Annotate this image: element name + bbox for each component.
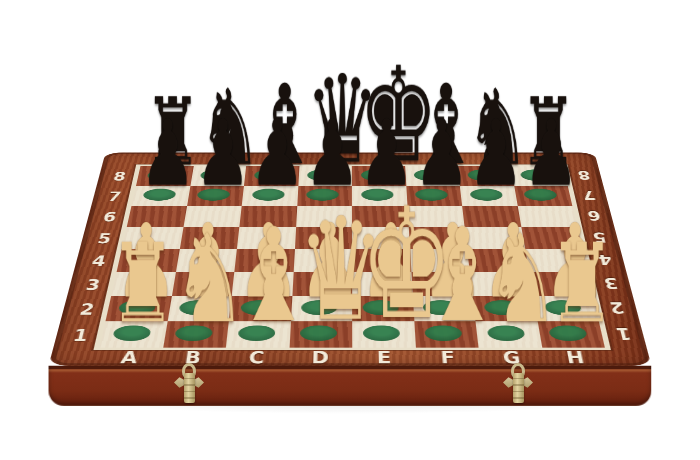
chess-board-assembly: 12345678 12345678 ABCDEFGH ♜♞♝♛♚♝♞♜♟♟♟♟♟… (49, 152, 652, 365)
piece-white-bishop-c1[interactable]: ♝ (235, 211, 278, 340)
coordinate-label: 8 (561, 158, 607, 195)
piece-white-knight-b1[interactable]: ♞ (172, 217, 215, 339)
square-a8[interactable] (136, 166, 193, 185)
square-c8[interactable] (244, 166, 299, 185)
square-d8[interactable] (298, 166, 352, 185)
square-h8[interactable] (510, 166, 567, 185)
piece-white-rook-a1[interactable]: ♜ (109, 230, 152, 339)
square-b8[interactable] (190, 166, 246, 185)
piece-white-queen-d1[interactable]: ♛ (297, 199, 340, 341)
piece-white-knight-g1[interactable]: ♞ (485, 217, 528, 339)
latch-clasp-icon (184, 373, 195, 403)
chess-set-photo: 12345678 12345678 ABCDEFGH ♜♞♝♛♚♝♞♜♟♟♟♟♟… (0, 0, 700, 460)
brass-latch-left (174, 363, 204, 409)
perspective-stage: 12345678 12345678 ABCDEFGH ♜♞♝♛♚♝♞♜♟♟♟♟♟… (80, 0, 620, 460)
case-front-edge (49, 366, 652, 406)
latch-clasp-icon (513, 373, 524, 403)
brass-latch-right (503, 363, 533, 409)
piece-white-king-e1[interactable]: ♚ (360, 188, 403, 341)
coordinate-label: 1 (52, 310, 108, 360)
square-g8[interactable] (458, 166, 514, 185)
coordinate-label: 2 (59, 285, 113, 333)
